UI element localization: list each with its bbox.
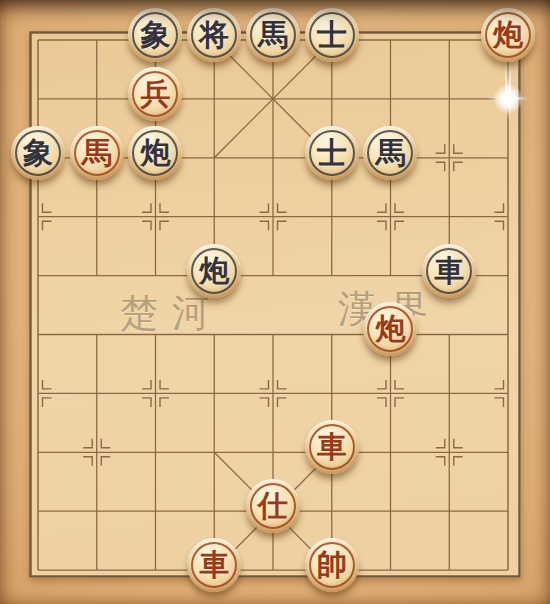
piece-character: 炮 [493, 20, 523, 50]
xiangqi-screen: 楚河 漢界 象将馬士炮兵象馬炮士馬炮車炮車仕車帥 [0, 0, 550, 604]
piece-red-車[interactable]: 車 [187, 538, 241, 592]
piece-character: 馬 [82, 138, 112, 168]
piece-ring: 将 [191, 12, 237, 58]
piece-ring: 車 [309, 424, 355, 470]
piece-character: 馬 [375, 138, 405, 168]
piece-red-炮[interactable]: 炮 [481, 8, 535, 62]
piece-black-馬[interactable]: 馬 [246, 8, 300, 62]
piece-character: 車 [434, 256, 464, 286]
board[interactable]: 象将馬士炮兵象馬炮士馬炮車炮車仕車帥 [9, 11, 538, 600]
piece-ring: 仕 [250, 483, 296, 529]
piece-red-車[interactable]: 車 [305, 420, 359, 474]
piece-red-仕[interactable]: 仕 [246, 479, 300, 533]
piece-ring: 炮 [191, 248, 237, 294]
piece-character: 車 [199, 550, 229, 580]
piece-ring: 車 [426, 248, 472, 294]
piece-black-馬[interactable]: 馬 [363, 126, 417, 180]
piece-ring: 兵 [132, 71, 178, 117]
piece-black-炮[interactable]: 炮 [128, 126, 182, 180]
piece-character: 兵 [140, 79, 170, 109]
piece-black-象[interactable]: 象 [11, 126, 65, 180]
piece-character: 士 [317, 138, 347, 168]
piece-black-士[interactable]: 士 [305, 8, 359, 62]
piece-black-将[interactable]: 将 [187, 8, 241, 62]
piece-character: 将 [199, 20, 229, 50]
piece-red-帥[interactable]: 帥 [305, 538, 359, 592]
piece-black-車[interactable]: 車 [422, 244, 476, 298]
piece-ring: 馬 [367, 130, 413, 176]
piece-ring: 象 [132, 12, 178, 58]
piece-character: 仕 [258, 491, 288, 521]
piece-ring: 士 [309, 12, 355, 58]
piece-ring: 炮 [367, 306, 413, 352]
piece-character: 士 [317, 20, 347, 50]
piece-ring: 炮 [485, 12, 531, 58]
piece-black-士[interactable]: 士 [305, 126, 359, 180]
piece-character: 車 [317, 432, 347, 462]
piece-character: 炮 [140, 138, 170, 168]
piece-character: 炮 [199, 256, 229, 286]
piece-black-炮[interactable]: 炮 [187, 244, 241, 298]
piece-ring: 帥 [309, 542, 355, 588]
piece-red-兵[interactable]: 兵 [128, 67, 182, 121]
piece-ring: 炮 [132, 130, 178, 176]
piece-red-炮[interactable]: 炮 [363, 302, 417, 356]
piece-character: 馬 [258, 20, 288, 50]
piece-character: 帥 [317, 550, 347, 580]
piece-ring: 馬 [250, 12, 296, 58]
piece-ring: 車 [191, 542, 237, 588]
piece-red-馬[interactable]: 馬 [70, 126, 124, 180]
piece-character: 象 [140, 20, 170, 50]
piece-character: 象 [23, 138, 53, 168]
piece-black-象[interactable]: 象 [128, 8, 182, 62]
piece-ring: 馬 [74, 130, 120, 176]
piece-ring: 士 [309, 130, 355, 176]
piece-ring: 象 [15, 130, 61, 176]
piece-character: 炮 [375, 314, 405, 344]
